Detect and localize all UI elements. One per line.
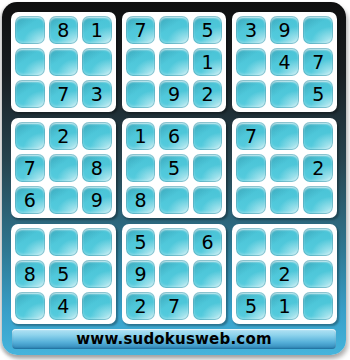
cell-r8c2[interactable]: 5 xyxy=(49,260,79,288)
cell-r6c1[interactable]: 6 xyxy=(15,186,45,214)
cell-r9c3[interactable] xyxy=(82,292,112,320)
cell-r5c8[interactable] xyxy=(270,154,300,182)
cell-r8c6[interactable] xyxy=(193,260,223,288)
cell-r2c9[interactable]: 7 xyxy=(303,48,333,76)
cell-r7c9[interactable] xyxy=(303,228,333,256)
cell-r2c4[interactable] xyxy=(126,48,156,76)
cell-r1c8[interactable]: 9 xyxy=(270,16,300,44)
cell-r3c1[interactable] xyxy=(15,80,45,108)
box-9: 251 xyxy=(232,224,337,324)
footer-banner: www.sudokusweb.com xyxy=(12,329,336,349)
cell-r3c2[interactable]: 7 xyxy=(49,80,79,108)
cell-r5c5[interactable]: 5 xyxy=(159,154,189,182)
cell-r4c6[interactable] xyxy=(193,122,223,150)
cell-r1c5[interactable] xyxy=(159,16,189,44)
cell-r2c7[interactable] xyxy=(236,48,266,76)
cell-r9c4[interactable]: 2 xyxy=(126,292,156,320)
cell-r4c8[interactable] xyxy=(270,122,300,150)
box-6: 72 xyxy=(232,118,337,218)
board-panel: 817375192394752786916587285456927251 www… xyxy=(2,2,346,355)
cell-r2c1[interactable] xyxy=(15,48,45,76)
cell-r9c8[interactable]: 1 xyxy=(270,292,300,320)
cell-r9c5[interactable]: 7 xyxy=(159,292,189,320)
cell-r9c6[interactable] xyxy=(193,292,223,320)
cell-r1c2[interactable]: 8 xyxy=(49,16,79,44)
cell-r7c2[interactable] xyxy=(49,228,79,256)
cell-r4c7[interactable]: 7 xyxy=(236,122,266,150)
cell-r4c5[interactable]: 6 xyxy=(159,122,189,150)
cell-r7c5[interactable] xyxy=(159,228,189,256)
cell-r6c3[interactable]: 9 xyxy=(82,186,112,214)
cell-r8c1[interactable]: 8 xyxy=(15,260,45,288)
cell-r6c5[interactable] xyxy=(159,186,189,214)
cell-r2c2[interactable] xyxy=(49,48,79,76)
cell-r6c6[interactable] xyxy=(193,186,223,214)
cell-r3c3[interactable]: 3 xyxy=(82,80,112,108)
cell-r7c8[interactable] xyxy=(270,228,300,256)
cell-r3c8[interactable] xyxy=(270,80,300,108)
cell-r5c2[interactable] xyxy=(49,154,79,182)
cell-r5c1[interactable]: 7 xyxy=(15,154,45,182)
cell-r3c9[interactable]: 5 xyxy=(303,80,333,108)
cell-r1c4[interactable]: 7 xyxy=(126,16,156,44)
box-3: 39475 xyxy=(232,12,337,112)
cell-r7c3[interactable] xyxy=(82,228,112,256)
cell-r2c8[interactable]: 4 xyxy=(270,48,300,76)
cell-r8c7[interactable] xyxy=(236,260,266,288)
cell-r4c1[interactable] xyxy=(15,122,45,150)
cell-r4c3[interactable] xyxy=(82,122,112,150)
cell-r1c6[interactable]: 5 xyxy=(193,16,223,44)
cell-r1c7[interactable]: 3 xyxy=(236,16,266,44)
box-4: 27869 xyxy=(11,118,116,218)
cell-r1c1[interactable] xyxy=(15,16,45,44)
cell-r6c8[interactable] xyxy=(270,186,300,214)
cell-r4c4[interactable]: 1 xyxy=(126,122,156,150)
cell-r1c9[interactable] xyxy=(303,16,333,44)
cell-r3c5[interactable]: 9 xyxy=(159,80,189,108)
cell-r9c1[interactable] xyxy=(15,292,45,320)
cell-r9c2[interactable]: 4 xyxy=(49,292,79,320)
box-7: 854 xyxy=(11,224,116,324)
cell-r6c2[interactable] xyxy=(49,186,79,214)
cell-r5c4[interactable] xyxy=(126,154,156,182)
cell-r3c7[interactable] xyxy=(236,80,266,108)
cell-r6c4[interactable]: 8 xyxy=(126,186,156,214)
cell-r7c4[interactable]: 5 xyxy=(126,228,156,256)
cell-r4c9[interactable] xyxy=(303,122,333,150)
cell-r7c6[interactable]: 6 xyxy=(193,228,223,256)
cell-r4c2[interactable]: 2 xyxy=(49,122,79,150)
box-8: 56927 xyxy=(122,224,227,324)
cell-r9c9[interactable] xyxy=(303,292,333,320)
sudoku-board: 817375192394752786916587285456927251 xyxy=(11,12,337,324)
cell-r2c5[interactable] xyxy=(159,48,189,76)
cell-r6c7[interactable] xyxy=(236,186,266,214)
box-2: 75192 xyxy=(122,12,227,112)
cell-r8c5[interactable] xyxy=(159,260,189,288)
cell-r7c1[interactable] xyxy=(15,228,45,256)
cell-r2c3[interactable] xyxy=(82,48,112,76)
cell-r3c6[interactable]: 2 xyxy=(193,80,223,108)
cell-r5c3[interactable]: 8 xyxy=(82,154,112,182)
box-1: 8173 xyxy=(11,12,116,112)
cell-r5c7[interactable] xyxy=(236,154,266,182)
cell-r3c4[interactable] xyxy=(126,80,156,108)
cell-r8c4[interactable]: 9 xyxy=(126,260,156,288)
sudoku-widget: 817375192394752786916587285456927251 www… xyxy=(0,0,350,360)
cell-r5c6[interactable] xyxy=(193,154,223,182)
cell-r8c9[interactable] xyxy=(303,260,333,288)
cell-r8c8[interactable]: 2 xyxy=(270,260,300,288)
cell-r1c3[interactable]: 1 xyxy=(82,16,112,44)
cell-r9c7[interactable]: 5 xyxy=(236,292,266,320)
cell-r8c3[interactable] xyxy=(82,260,112,288)
cell-r2c6[interactable]: 1 xyxy=(193,48,223,76)
website-link[interactable]: www.sudokusweb.com xyxy=(76,330,271,348)
cell-r6c9[interactable] xyxy=(303,186,333,214)
cell-r5c9[interactable]: 2 xyxy=(303,154,333,182)
box-5: 1658 xyxy=(122,118,227,218)
cell-r7c7[interactable] xyxy=(236,228,266,256)
